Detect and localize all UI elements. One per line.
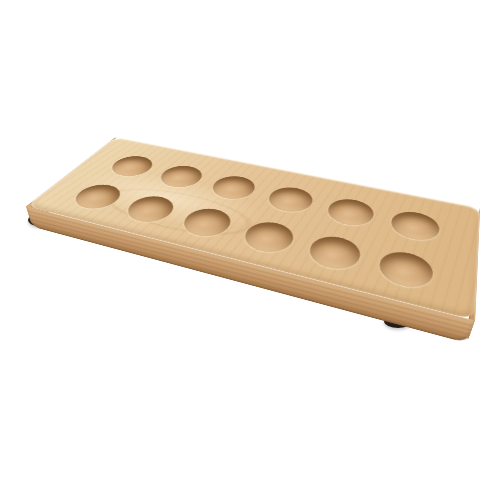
pit-hollow	[238, 218, 299, 256]
pit-r1c6[interactable]	[376, 201, 451, 254]
pit-hollow	[154, 163, 209, 190]
pit-hollow	[263, 184, 317, 215]
pit-hollow	[388, 208, 441, 244]
board-perspective-wrapper	[40, 127, 465, 287]
pit-hollow	[67, 182, 128, 213]
pit-hollow	[304, 232, 364, 273]
pit-hollow	[206, 173, 260, 202]
pit-hollow	[120, 193, 181, 226]
pit-hollow	[323, 196, 377, 230]
product-photo-scene	[0, 0, 500, 500]
pit-hollow	[177, 205, 238, 240]
mancala-board	[26, 137, 480, 320]
pit-r2c4[interactable]	[224, 210, 311, 267]
pit-hollow	[375, 248, 434, 293]
pit-r2c5[interactable]	[290, 224, 376, 285]
